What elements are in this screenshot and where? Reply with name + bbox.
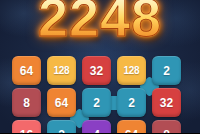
tile-value: 64 <box>125 128 138 134</box>
board: 6412832128286422321624648 <box>12 56 181 133</box>
tile-value: 32 <box>90 64 103 78</box>
tile-value: 4 <box>93 128 100 134</box>
tile-r3c4[interactable]: 64 <box>117 120 146 133</box>
tile-value: 8 <box>23 96 30 110</box>
tile-r1c3[interactable]: 32 <box>82 56 111 85</box>
tile-value: 2 <box>93 96 100 110</box>
game-screen: 2248 2248 6412832128286422321624648 <box>0 0 200 133</box>
tile-r2c2[interactable]: 64 <box>47 88 76 117</box>
tile-r2c3[interactable]: 2 <box>82 88 111 117</box>
tile-r3c3[interactable]: 4 <box>82 120 111 133</box>
tile-r1c1[interactable]: 64 <box>12 56 41 85</box>
tile-value: 64 <box>20 64 33 78</box>
tile-value: 128 <box>54 65 70 76</box>
tile-value: 2 <box>58 128 65 134</box>
tile-value: 32 <box>160 96 173 110</box>
game-logo-text: 2248 <box>0 0 200 45</box>
tile-r2c4[interactable]: 2 <box>117 88 146 117</box>
tile-value: 2 <box>163 64 170 78</box>
tile-value: 2 <box>128 96 135 110</box>
tile-r3c5[interactable]: 8 <box>152 120 181 133</box>
tile-r1c5[interactable]: 2 <box>152 56 181 85</box>
tile-r2c1[interactable]: 8 <box>12 88 41 117</box>
tile-r1c4[interactable]: 128 <box>117 56 146 85</box>
tile-value: 128 <box>124 65 140 76</box>
tile-r3c2[interactable]: 2 <box>47 120 76 133</box>
tile-value: 64 <box>55 96 68 110</box>
tile-value: 8 <box>163 128 170 134</box>
tile-r2c5[interactable]: 32 <box>152 88 181 117</box>
tile-r1c2[interactable]: 128 <box>47 56 76 85</box>
game-logo-glow: 2248 <box>0 0 200 45</box>
tile-r3c1[interactable]: 16 <box>12 120 41 133</box>
tile-value: 16 <box>20 128 33 134</box>
